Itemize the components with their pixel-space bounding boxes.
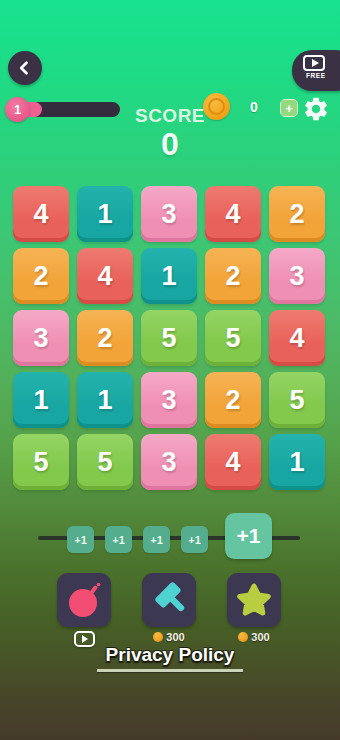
back-button[interactable] [8,51,42,85]
tile-r5c2[interactable]: 5 [77,434,133,490]
tile-r3c1[interactable]: 3 [13,310,69,366]
tile-r2c1[interactable]: 2 [13,248,69,304]
tile-r3c4[interactable]: 5 [205,310,261,366]
score-value: 0 [0,126,340,163]
tile-r4c1[interactable]: 1 [13,372,69,428]
score-label: SCORE [130,105,210,127]
tile-r5c1[interactable]: 5 [13,434,69,490]
gear-icon [302,95,330,123]
tile-r5c4[interactable]: 4 [205,434,261,490]
board: 4134224123325541132555341 [13,186,325,490]
queue-tile-3: +1 [143,526,170,553]
tile-r3c3[interactable]: 5 [141,310,197,366]
hammer-icon [149,580,189,620]
tile-r4c5[interactable]: 5 [269,372,325,428]
tile-r5c3[interactable]: 3 [141,434,197,490]
privacy-policy-underline [97,669,243,672]
hammer-cost: 300 [142,631,196,643]
free-label: FREE [306,72,326,79]
back-chevron-icon [16,59,34,77]
tile-r5c5[interactable]: 1 [269,434,325,490]
star-cost-text: 300 [251,631,269,643]
tile-r3c5[interactable]: 4 [269,310,325,366]
tile-r4c3[interactable]: 3 [141,372,197,428]
bomb-icon [64,579,104,621]
tile-r2c2[interactable]: 4 [77,248,133,304]
coin-count: 0 [238,99,270,115]
next-tile-button[interactable]: +1 [225,513,272,559]
privacy-policy-link[interactable]: Privacy Policy [0,644,340,666]
tile-r2c4[interactable]: 2 [205,248,261,304]
star-cost: 300 [227,631,281,643]
settings-button[interactable] [302,95,330,123]
hammer-cost-text: 300 [166,631,184,643]
star-powerup-button[interactable] [227,573,281,627]
game-screen: FREE 1 SCORE 0 + 0 413422412332554113255… [0,0,340,740]
free-reward-ad-button[interactable]: FREE [292,50,340,91]
level-badge: 1 [5,97,30,122]
coin-icon [203,93,230,120]
add-coins-button[interactable]: + [280,99,298,117]
hammer-powerup-button[interactable] [142,573,196,627]
coin-icon [238,632,248,642]
bomb-powerup-button[interactable] [57,573,111,627]
queue-tile-2: +1 [105,526,132,553]
tile-r4c2[interactable]: 1 [77,372,133,428]
tile-r1c2[interactable]: 1 [77,186,133,242]
tile-r2c3[interactable]: 1 [141,248,197,304]
queue-tile-4: +1 [181,526,208,553]
tile-r3c2[interactable]: 2 [77,310,133,366]
queue-tile-1: +1 [67,526,94,553]
coin-icon [153,632,163,642]
tile-r1c5[interactable]: 2 [269,186,325,242]
tile-r2c5[interactable]: 3 [269,248,325,304]
star-icon [234,580,274,620]
tile-r4c4[interactable]: 2 [205,372,261,428]
tile-r1c4[interactable]: 4 [205,186,261,242]
level-progress-bar [15,102,120,117]
tile-r1c1[interactable]: 4 [13,186,69,242]
tile-r1c3[interactable]: 3 [141,186,197,242]
video-ad-icon [303,55,325,71]
